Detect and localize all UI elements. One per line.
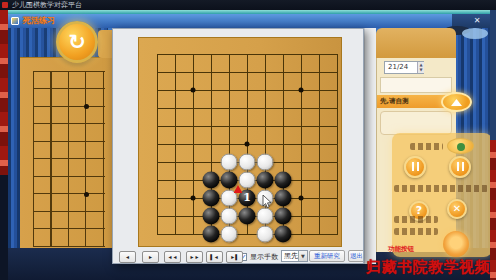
black-stone bbox=[257, 172, 274, 189]
blurred-text bbox=[410, 143, 443, 150]
watermark-text: 归藏书院教学视频 bbox=[366, 258, 490, 277]
black-stone bbox=[203, 208, 220, 225]
black-stone bbox=[275, 208, 292, 225]
chevron-down-icon[interactable]: ▼ bbox=[298, 251, 307, 261]
first-player-dropdown[interactable]: 黑先 ▼ bbox=[281, 250, 308, 262]
spinner-down-icon[interactable]: ▼ bbox=[419, 67, 422, 72]
black-stone bbox=[275, 172, 292, 189]
study-dialog: 1 ✓ 显示手数 黑先 ▼ 重新研究 退出研究 ◄►◄◄►►▌◄►▌ bbox=[112, 28, 364, 264]
close-icon[interactable]: ✕ bbox=[471, 15, 483, 26]
fast-back-button[interactable]: ◄◄ bbox=[164, 251, 181, 263]
up-arrow-icon bbox=[451, 99, 462, 106]
collapse-panel-button[interactable] bbox=[441, 92, 472, 112]
white-stone bbox=[257, 154, 274, 171]
problem-panel-header bbox=[376, 28, 456, 58]
exit-study-button[interactable]: 退出研究 bbox=[348, 250, 364, 262]
restudy-button[interactable]: 重新研究 bbox=[309, 250, 345, 262]
white-stone bbox=[221, 226, 238, 243]
os-titlebar: 少儿围棋教学对弈平台 bbox=[0, 0, 496, 10]
hint-text: 先,请自测 bbox=[380, 97, 408, 106]
star-point bbox=[191, 196, 196, 201]
pause-button-right[interactable] bbox=[449, 156, 471, 178]
black-stone bbox=[221, 172, 238, 189]
window-title: 死活练习 bbox=[23, 16, 55, 26]
panel-inset bbox=[380, 111, 452, 135]
star-point bbox=[245, 142, 250, 147]
green-dot-icon bbox=[457, 143, 465, 151]
go-last-button[interactable]: ►▌ bbox=[226, 251, 243, 263]
star-point bbox=[84, 192, 89, 197]
white-stone bbox=[239, 154, 256, 171]
panel-label: 功能按钮 bbox=[388, 245, 414, 254]
black-stone bbox=[203, 226, 220, 243]
app-icon bbox=[2, 2, 8, 8]
black-stone bbox=[203, 172, 220, 189]
right-dark-strip bbox=[490, 10, 496, 140]
window-icon bbox=[11, 17, 19, 25]
step-forward-button[interactable]: ► bbox=[142, 251, 159, 263]
decor-cloud bbox=[462, 28, 488, 39]
black-stone bbox=[203, 190, 220, 207]
blurred-text bbox=[394, 216, 438, 223]
pause-icon bbox=[457, 162, 465, 171]
background-white-panel bbox=[364, 28, 376, 264]
problem-counter: 21/24 bbox=[388, 63, 408, 71]
background-go-board bbox=[20, 57, 112, 248]
back-button[interactable]: ↻ bbox=[56, 21, 98, 63]
blurred-text bbox=[394, 228, 438, 235]
screen: 少儿围棋教学对弈平台 死活练习 ✕ ↻ 21/24 ▲▼ 先,请自测 ? ✕ 功… bbox=[0, 0, 496, 280]
blurred-text bbox=[394, 185, 488, 192]
go-board[interactable]: 1 bbox=[138, 37, 342, 247]
white-stone bbox=[221, 154, 238, 171]
os-title: 少儿围棋教学对弈平台 bbox=[12, 1, 82, 9]
star-point bbox=[299, 88, 304, 93]
function-button-panel bbox=[392, 133, 492, 257]
board-overlay: 1 bbox=[139, 38, 341, 246]
counter-spinner[interactable]: ▲▼ bbox=[417, 62, 424, 73]
white-stone bbox=[221, 208, 238, 225]
flower-decoration bbox=[443, 231, 469, 257]
star-point bbox=[191, 88, 196, 93]
background-board-grid bbox=[33, 71, 105, 247]
exit-round-button[interactable]: ✕ bbox=[447, 199, 467, 219]
step-back-button[interactable]: ◄ bbox=[119, 251, 136, 263]
star-point bbox=[84, 104, 89, 109]
black-stone bbox=[275, 226, 292, 243]
left-dark-strip bbox=[0, 175, 8, 280]
mouse-cursor bbox=[262, 194, 272, 213]
black-stone bbox=[239, 208, 256, 225]
white-stone bbox=[257, 226, 274, 243]
right-red-strip bbox=[490, 140, 496, 280]
white-stone bbox=[239, 172, 256, 189]
menu-oval-button[interactable] bbox=[447, 138, 474, 154]
pause-icon bbox=[412, 162, 420, 171]
show-moves-label: 显示手数 bbox=[250, 252, 278, 262]
star-point bbox=[299, 196, 304, 201]
black-stone bbox=[275, 190, 292, 207]
fast-forward-button[interactable]: ►► bbox=[186, 251, 203, 263]
pause-button-left[interactable] bbox=[404, 156, 426, 178]
problem-list[interactable] bbox=[380, 77, 452, 93]
go-first-button[interactable]: ▌◄ bbox=[206, 251, 223, 263]
left-red-strip bbox=[0, 10, 8, 175]
dropdown-value: 黑先 bbox=[282, 251, 298, 261]
